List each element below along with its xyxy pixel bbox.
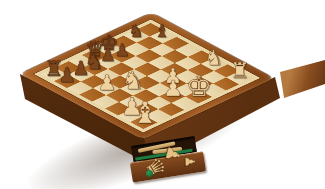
side-drawer bbox=[278, 58, 325, 100]
green-felt-base bbox=[146, 170, 153, 177]
piece-white-knight-h3: ♞ bbox=[205, 47, 224, 68]
piece-black-pawn-a7: ♟ bbox=[58, 65, 76, 85]
piece-white-bishop-a1: ♝ bbox=[132, 98, 159, 128]
piece-white-knight-c4: ♞ bbox=[122, 69, 144, 94]
piece-white-pawn-d2: ♟ bbox=[163, 78, 183, 100]
piece-white-rook-h1: ♜ bbox=[230, 60, 249, 81]
piece-black-bishop-h7: ♝ bbox=[154, 23, 169, 40]
drawer-piece-white-pawn: ♟ bbox=[183, 156, 196, 168]
piece-black-knight-g8: ♞ bbox=[128, 23, 143, 40]
piece-black-pawn-e7: ♟ bbox=[114, 42, 129, 59]
piece-white-pawn-b5: ♟ bbox=[98, 72, 117, 93]
piece-white-king-e1: ♚ bbox=[186, 72, 212, 101]
product-photo: ♜♟♟♛♚♞♝♞♟♟♟♞♟♟♚♝♟♞♜♛♟♟ bbox=[0, 0, 325, 189]
